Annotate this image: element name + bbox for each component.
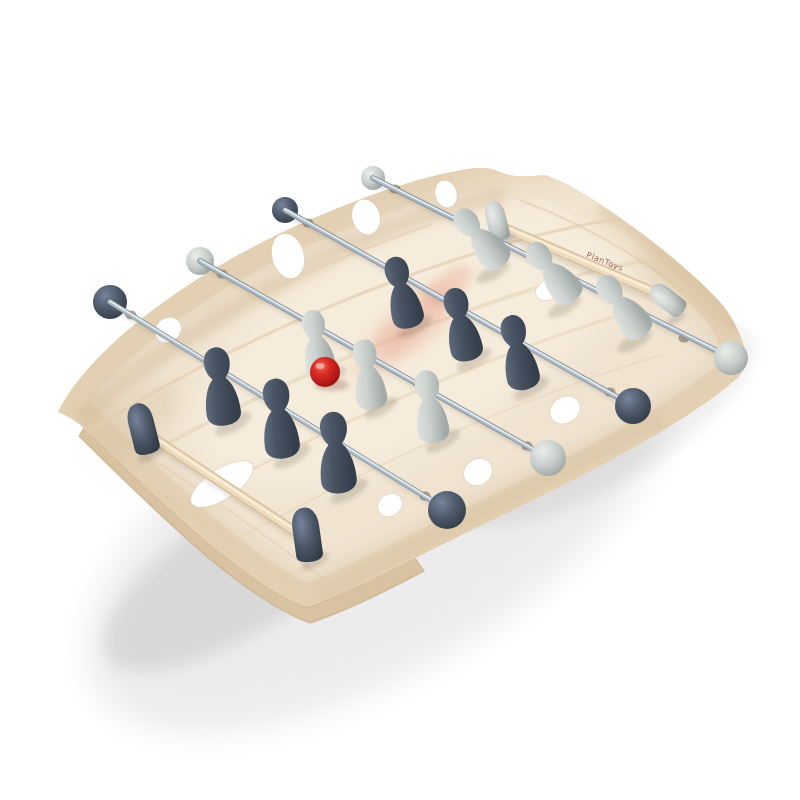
foosball-scene: PlanToys: [0, 0, 800, 800]
rod-knob-white: [714, 341, 748, 375]
rod-knob-navy: [428, 491, 466, 529]
rod-knob-navy: [615, 388, 651, 424]
product-photo: PlanToys: [0, 0, 800, 800]
ball: [310, 357, 340, 387]
rod-knob-white: [530, 440, 566, 476]
ball-highlight: [316, 363, 325, 369]
